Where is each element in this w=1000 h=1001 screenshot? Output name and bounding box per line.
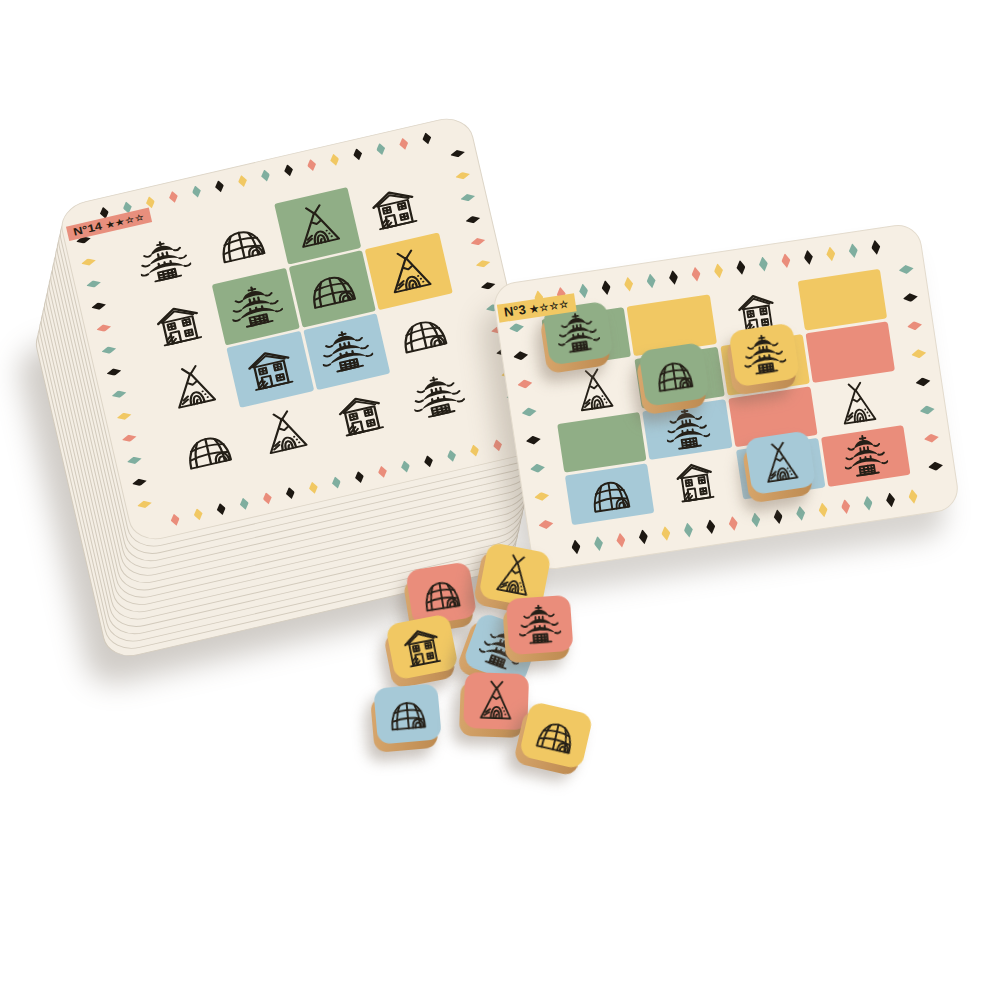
border-diamond (615, 532, 626, 548)
border-diamond (795, 505, 806, 521)
pagoda-icon (134, 235, 194, 288)
pagoda-icon (316, 325, 376, 378)
border-diamond (111, 389, 127, 400)
border-diamond (421, 131, 433, 145)
teepee-icon (490, 551, 539, 600)
teepee-icon (163, 360, 223, 413)
tile-igloo-yellow[interactable] (514, 700, 593, 779)
border-diamond (192, 507, 204, 521)
border-diamond (465, 214, 481, 225)
border-diamond (735, 259, 746, 275)
card-cell-r3c1-teepee (241, 393, 329, 471)
tile-pagoda-salmon[interactable] (504, 595, 574, 665)
pagoda-icon (517, 603, 562, 648)
border-diamond (525, 435, 541, 446)
tile-face (463, 672, 529, 730)
pagoda-icon (225, 280, 285, 333)
border-diamond (398, 137, 410, 151)
border-diamond (116, 411, 132, 422)
card-cell-r3c2-house (317, 376, 405, 454)
border-diamond (683, 522, 694, 538)
border-diamond (96, 323, 112, 334)
border-diamond (308, 481, 320, 495)
board-cell-r1c2-empty[interactable] (720, 334, 810, 396)
card-grid (120, 169, 482, 488)
board-cell-r1c1-empty[interactable] (635, 347, 725, 409)
border-diamond (593, 535, 604, 551)
teepee-icon (254, 406, 314, 459)
border-diamond (898, 264, 914, 275)
border-diamond (907, 488, 918, 504)
border-diamond (85, 279, 101, 290)
border-diamond (329, 153, 341, 167)
pagoda-icon (662, 404, 712, 454)
border-diamond (513, 350, 529, 361)
house-icon (397, 622, 446, 671)
board-cell-r1c3-empty[interactable] (805, 321, 895, 383)
game-board[interactable]: N°3 ★☆☆☆ (491, 222, 961, 573)
border-diamond (521, 406, 537, 417)
board-cell-r1c0-teepee[interactable] (549, 359, 639, 421)
border-diamond (863, 495, 874, 511)
border-diamond (919, 404, 935, 415)
border-diamond (638, 529, 649, 545)
border-diamond (262, 491, 274, 505)
pagoda-icon (408, 370, 468, 423)
teepee-icon (569, 365, 619, 415)
border-diamond (215, 502, 227, 516)
border-diamond (283, 163, 295, 177)
house-icon (670, 457, 720, 507)
igloo-icon (531, 710, 581, 760)
border-diamond (750, 512, 761, 528)
border-diamond (818, 502, 829, 518)
border-diamond (455, 170, 471, 181)
border-diamond (126, 455, 142, 466)
board-cell-r0c3-empty[interactable] (797, 269, 887, 331)
border-diamond (601, 279, 612, 295)
border-diamond (136, 499, 152, 510)
border-diamond (529, 463, 545, 474)
border-diamond (131, 477, 147, 488)
tile-face (506, 595, 574, 655)
border-diamond (780, 253, 791, 269)
border-diamond (375, 142, 387, 156)
pagoda-icon (841, 431, 891, 481)
border-diamond (121, 433, 137, 444)
board-card: N°3 ★☆☆☆ (491, 222, 961, 573)
board-grid (542, 269, 911, 525)
border-diamond (911, 348, 927, 359)
igloo-icon (585, 469, 635, 519)
border-diamond (80, 257, 96, 268)
tile-face (373, 683, 442, 744)
card-cell-r3c0-igloo (164, 411, 252, 489)
border-diamond (728, 515, 739, 531)
board-cell-r3c1-house[interactable] (650, 451, 740, 513)
border-diamond (91, 301, 107, 312)
border-diamond (668, 269, 679, 285)
tile-igloo-blue[interactable] (371, 683, 443, 755)
igloo-icon (385, 691, 431, 737)
border-diamond (260, 169, 272, 183)
card-number: N°14 (72, 220, 103, 239)
border-diamond (923, 433, 939, 444)
igloo-icon (178, 423, 238, 476)
igloo-icon (393, 307, 453, 360)
tile-house-yellow[interactable] (383, 613, 460, 690)
border-diamond (848, 242, 859, 258)
border-diamond (578, 283, 589, 299)
border-diamond (646, 273, 657, 289)
border-diamond (705, 519, 716, 535)
board-cell-r0c2-house[interactable] (712, 282, 802, 344)
border-diamond (492, 438, 504, 452)
border-diamond (906, 320, 922, 331)
teepee-icon (474, 679, 517, 722)
border-diamond (449, 148, 465, 159)
house-icon (331, 388, 391, 441)
border-diamond (713, 263, 724, 279)
border-diamond (446, 449, 458, 463)
igloo-icon (417, 570, 465, 618)
board-cell-r2c1-pagoda[interactable] (642, 399, 732, 461)
board-cell-r2c3-teepee[interactable] (813, 373, 903, 435)
border-diamond (508, 322, 524, 333)
border-diamond (285, 486, 297, 500)
border-diamond (191, 185, 203, 199)
board-cell-r3c3-pagoda[interactable] (821, 425, 911, 487)
border-diamond (168, 190, 180, 204)
border-diamond (803, 249, 814, 265)
house-icon (149, 297, 209, 350)
board-cell-r0c0-empty[interactable] (542, 307, 632, 369)
border-diamond (101, 345, 117, 356)
border-diamond (460, 192, 476, 203)
border-diamond (306, 158, 318, 172)
tile-teepee-salmon[interactable] (461, 672, 529, 740)
board-cell-r3c2-empty[interactable] (736, 438, 826, 500)
teepee-icon (833, 379, 883, 429)
border-diamond (690, 266, 701, 282)
board-cell-r3c0-igloo[interactable] (565, 464, 655, 526)
igloo-icon (211, 217, 271, 270)
border-diamond (106, 367, 122, 378)
border-diamond (840, 498, 851, 514)
border-diamond (475, 258, 491, 269)
border-diamond (773, 509, 784, 525)
border-diamond (169, 513, 181, 527)
border-diamond (623, 276, 634, 292)
border-diamond (570, 539, 581, 555)
house-icon (240, 343, 300, 396)
border-diamond (534, 491, 550, 502)
border-diamond (469, 443, 481, 457)
board-cell-r2c0-empty[interactable] (557, 411, 647, 473)
border-diamond (214, 179, 226, 193)
border-diamond (927, 461, 943, 472)
border-diamond (400, 459, 412, 473)
border-diamond (915, 376, 931, 387)
border-diamond (331, 475, 343, 489)
house-icon (732, 287, 782, 337)
border-diamond (517, 378, 533, 389)
card-cell-r3c3-pagoda (394, 358, 482, 436)
board-number: N°3 (503, 302, 527, 320)
board-cell-r0c1-empty[interactable] (627, 294, 717, 356)
igloo-icon (302, 262, 362, 315)
border-diamond (237, 174, 249, 188)
border-diamond (423, 454, 435, 468)
border-diamond (902, 292, 918, 303)
border-diamond (354, 470, 366, 484)
border-diamond (870, 239, 881, 255)
border-diamond (758, 256, 769, 272)
border-diamond (825, 246, 836, 262)
border-diamond (238, 497, 250, 511)
border-diamond (470, 236, 486, 247)
border-diamond (377, 465, 389, 479)
border-diamond (352, 147, 364, 161)
teepee-icon (379, 244, 439, 297)
scene: N°14 ★★☆☆ N°3 ★☆☆☆ (0, 0, 1000, 1001)
border-diamond (660, 525, 671, 541)
board-difficulty-stars: ★☆☆☆ (529, 298, 570, 315)
teepee-icon (287, 199, 347, 252)
border-diamond (885, 492, 896, 508)
house-icon (364, 181, 424, 234)
board-cell-r2c2-empty[interactable] (728, 386, 818, 448)
border-diamond (538, 519, 554, 530)
